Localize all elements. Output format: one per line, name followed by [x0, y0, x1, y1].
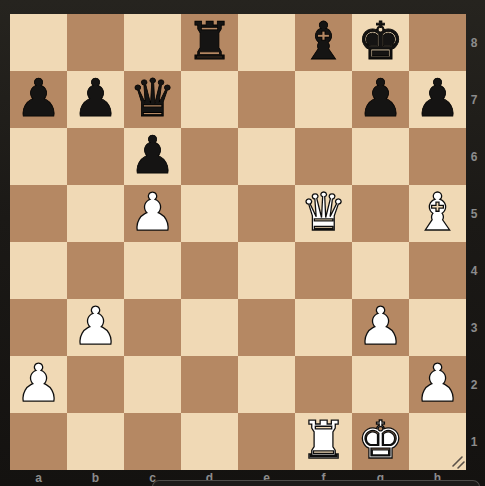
square-b6[interactable] [67, 128, 124, 185]
cropped-panel-top-edge[interactable] [152, 480, 480, 486]
square-c4[interactable] [124, 242, 181, 299]
square-d7[interactable] [181, 71, 238, 128]
square-a2[interactable]: ♟ [10, 356, 67, 413]
white-queen-f5[interactable]: ♛ [300, 184, 347, 241]
square-f8[interactable]: ♝ [295, 14, 352, 71]
square-g3[interactable]: ♟ [352, 299, 409, 356]
chess-board: ♜♝♚♟♟♛♟♟♟♟♛♝♟♟♟♟♜♚ [10, 14, 466, 470]
square-a7[interactable]: ♟ [10, 71, 67, 128]
square-g5[interactable] [352, 185, 409, 242]
square-h8[interactable] [409, 14, 466, 71]
square-e6[interactable] [238, 128, 295, 185]
white-pawn-a2[interactable]: ♟ [15, 355, 62, 412]
square-g2[interactable] [352, 356, 409, 413]
square-b1[interactable] [67, 413, 124, 470]
square-e1[interactable] [238, 413, 295, 470]
square-c2[interactable] [124, 356, 181, 413]
chess-app-background: ♜♝♚♟♟♛♟♟♟♟♛♝♟♟♟♟♜♚ abcdefgh 87654321 [0, 0, 485, 486]
square-h3[interactable] [409, 299, 466, 356]
white-pawn-h2[interactable]: ♟ [414, 355, 461, 412]
black-bishop-f8[interactable]: ♝ [300, 13, 347, 70]
coord-rank-7: 7 [464, 71, 484, 128]
square-h4[interactable] [409, 242, 466, 299]
square-b2[interactable] [67, 356, 124, 413]
square-a5[interactable] [10, 185, 67, 242]
square-h1[interactable] [409, 413, 466, 470]
square-b5[interactable] [67, 185, 124, 242]
square-c7[interactable]: ♛ [124, 71, 181, 128]
square-d1[interactable] [181, 413, 238, 470]
coord-rank-1: 1 [464, 413, 484, 470]
coord-file-b: b [67, 470, 124, 486]
square-c5[interactable]: ♟ [124, 185, 181, 242]
square-d8[interactable]: ♜ [181, 14, 238, 71]
square-c8[interactable] [124, 14, 181, 71]
square-f1[interactable]: ♜ [295, 413, 352, 470]
square-c3[interactable] [124, 299, 181, 356]
square-g6[interactable] [352, 128, 409, 185]
white-king-g1[interactable]: ♚ [357, 412, 404, 469]
square-e7[interactable] [238, 71, 295, 128]
white-bishop-h5[interactable]: ♝ [414, 184, 461, 241]
coord-rank-6: 6 [464, 128, 484, 185]
black-pawn-h7[interactable]: ♟ [414, 70, 461, 127]
square-a1[interactable] [10, 413, 67, 470]
square-a3[interactable] [10, 299, 67, 356]
square-f2[interactable] [295, 356, 352, 413]
square-d4[interactable] [181, 242, 238, 299]
white-pawn-b3[interactable]: ♟ [72, 298, 119, 355]
square-f3[interactable] [295, 299, 352, 356]
square-e3[interactable] [238, 299, 295, 356]
square-d6[interactable] [181, 128, 238, 185]
white-pawn-g3[interactable]: ♟ [357, 298, 404, 355]
square-b3[interactable]: ♟ [67, 299, 124, 356]
square-g7[interactable]: ♟ [352, 71, 409, 128]
square-f5[interactable]: ♛ [295, 185, 352, 242]
coord-rank-4: 4 [464, 242, 484, 299]
coord-rank-3: 3 [464, 299, 484, 356]
square-a4[interactable] [10, 242, 67, 299]
square-a8[interactable] [10, 14, 67, 71]
square-a6[interactable] [10, 128, 67, 185]
square-f7[interactable] [295, 71, 352, 128]
white-rook-f1[interactable]: ♜ [300, 412, 347, 469]
square-f4[interactable] [295, 242, 352, 299]
square-e8[interactable] [238, 14, 295, 71]
square-e5[interactable] [238, 185, 295, 242]
black-pawn-g7[interactable]: ♟ [357, 70, 404, 127]
square-c6[interactable]: ♟ [124, 128, 181, 185]
black-pawn-a7[interactable]: ♟ [15, 70, 62, 127]
black-rook-d8[interactable]: ♜ [186, 13, 233, 70]
coord-rank-2: 2 [464, 356, 484, 413]
coord-rank-8: 8 [464, 14, 484, 71]
square-h2[interactable]: ♟ [409, 356, 466, 413]
black-queen-c7[interactable]: ♛ [129, 70, 176, 127]
black-pawn-b7[interactable]: ♟ [72, 70, 119, 127]
square-h6[interactable] [409, 128, 466, 185]
black-pawn-c6[interactable]: ♟ [129, 127, 176, 184]
square-d5[interactable] [181, 185, 238, 242]
square-b7[interactable]: ♟ [67, 71, 124, 128]
square-d2[interactable] [181, 356, 238, 413]
square-g1[interactable]: ♚ [352, 413, 409, 470]
square-g8[interactable]: ♚ [352, 14, 409, 71]
square-g4[interactable] [352, 242, 409, 299]
square-e2[interactable] [238, 356, 295, 413]
coord-rank-5: 5 [464, 185, 484, 242]
square-b8[interactable] [67, 14, 124, 71]
square-f6[interactable] [295, 128, 352, 185]
square-b4[interactable] [67, 242, 124, 299]
square-c1[interactable] [124, 413, 181, 470]
square-e4[interactable] [238, 242, 295, 299]
square-h7[interactable]: ♟ [409, 71, 466, 128]
white-pawn-c5[interactable]: ♟ [129, 184, 176, 241]
square-h5[interactable]: ♝ [409, 185, 466, 242]
rank-coordinates: 87654321 [464, 14, 484, 470]
square-d3[interactable] [181, 299, 238, 356]
black-king-g8[interactable]: ♚ [357, 13, 404, 70]
coord-file-a: a [10, 470, 67, 486]
